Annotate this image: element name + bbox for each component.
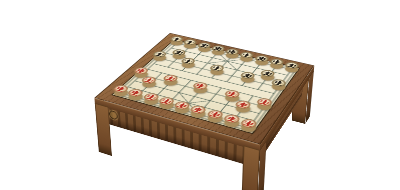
red-character-glyph xyxy=(259,99,270,105)
red-character-glyph xyxy=(144,78,155,83)
red-character-glyph xyxy=(237,102,248,108)
black-character-glyph xyxy=(212,66,222,71)
red-character-glyph xyxy=(115,86,126,92)
black-character-glyph xyxy=(263,71,273,76)
red-character-glyph xyxy=(209,111,220,117)
black-character-glyph xyxy=(199,43,209,47)
black-character-glyph xyxy=(155,52,165,57)
piece-red-chariot[interactable] xyxy=(239,122,259,134)
red-character-glyph xyxy=(130,90,141,96)
black-character-glyph xyxy=(227,50,237,55)
red-character-glyph xyxy=(243,120,254,127)
red-character-glyph xyxy=(165,76,176,81)
black-character-glyph xyxy=(213,46,223,51)
black-character-glyph xyxy=(272,60,282,65)
black-character-glyph xyxy=(174,50,184,55)
red-character-glyph xyxy=(226,91,237,97)
xiangqi-table-scene xyxy=(0,0,400,190)
table-leg-front xyxy=(242,145,260,190)
black-character-glyph xyxy=(183,59,193,64)
red-character-glyph xyxy=(176,102,187,108)
black-character-glyph xyxy=(274,80,284,85)
black-character-glyph xyxy=(242,73,252,78)
black-character-glyph xyxy=(185,40,195,44)
red-character-glyph xyxy=(161,98,172,104)
xiangqi-table xyxy=(94,33,314,144)
red-character-glyph xyxy=(195,83,206,89)
red-character-glyph xyxy=(226,116,237,123)
black-character-glyph xyxy=(287,63,297,68)
red-character-glyph xyxy=(193,107,204,113)
drawer-ring-pull-icon xyxy=(109,110,118,121)
black-character-glyph xyxy=(172,37,181,41)
black-character-glyph xyxy=(257,56,267,61)
black-character-glyph xyxy=(242,53,252,58)
red-character-glyph xyxy=(145,94,156,100)
red-character-glyph xyxy=(136,68,147,73)
